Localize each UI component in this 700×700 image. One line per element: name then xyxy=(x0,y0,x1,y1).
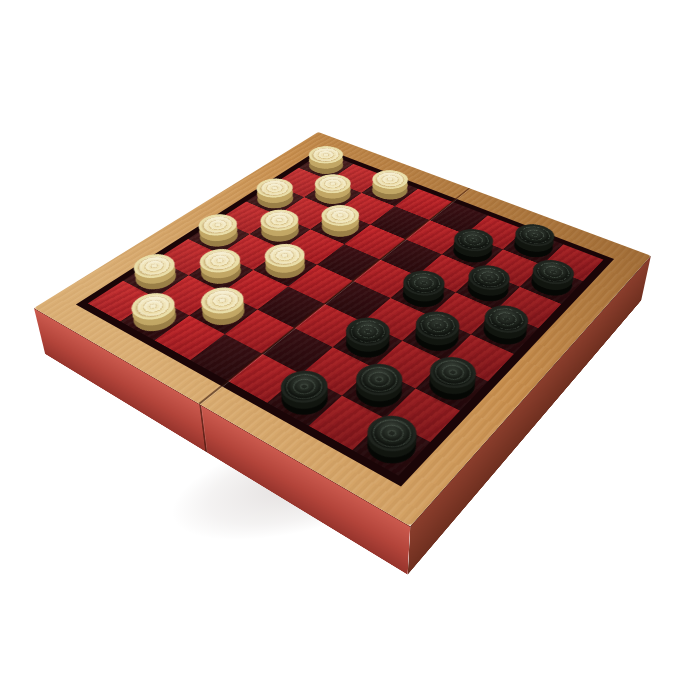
checker-dark-r1c7[interactable] xyxy=(524,267,579,301)
checker-dark-r2c6[interactable] xyxy=(460,273,516,307)
checker-dark-r1c5[interactable] xyxy=(446,237,499,268)
checker-dark-r0c6[interactable] xyxy=(507,232,559,263)
scene xyxy=(0,0,700,700)
checker-dark-r3c7[interactable] xyxy=(475,313,534,351)
fold-seam-side xyxy=(199,405,207,453)
